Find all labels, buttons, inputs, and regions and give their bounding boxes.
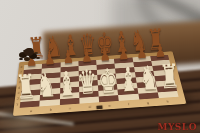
board-latch [96, 105, 102, 109]
light-king-e1[interactable]: ♚ [97, 65, 119, 99]
light-bishop-f1[interactable]: ♝ [118, 63, 140, 97]
light-knight-g1[interactable]: ♞ [138, 62, 160, 96]
light-knight-b1[interactable]: ♞ [35, 69, 57, 103]
file-label: e [108, 104, 110, 108]
dark-pawn-g7[interactable]: ♟ [136, 42, 148, 61]
pine-cone [24, 48, 34, 56]
chess-board[interactable]: 87654321 abcdefgh ♜♞♝♛♚♝♞♜ ♟♟♟♟♟♟♟♟ ♟♟♟♟… [8, 28, 187, 116]
file-label: d [89, 105, 91, 109]
photo-scene: 87654321 abcdefgh ♜♞♝♛♚♝♞♜ ♟♟♟♟♟♟♟♟ ♟♟♟♟… [0, 0, 200, 133]
file-label: c [69, 106, 71, 110]
dark-pawn-d7[interactable]: ♟ [81, 46, 93, 65]
light-queen-d1[interactable]: ♛ [76, 66, 98, 100]
file-label: f [128, 102, 130, 105]
dark-pawn-c7[interactable]: ♟ [62, 48, 74, 67]
watermark: MYSLO [157, 122, 197, 132]
dark-pawn-h7[interactable]: ♟ [154, 41, 166, 60]
file-label: h [166, 100, 169, 104]
file-label: g [146, 101, 149, 105]
file-label: a [30, 109, 32, 113]
dark-pawn-b7[interactable]: ♟ [44, 49, 56, 68]
file-label: b [50, 108, 52, 112]
light-rook-a1[interactable]: ♜ [15, 70, 37, 104]
light-rook-h1[interactable]: ♜ [159, 60, 181, 94]
light-bishop-c1[interactable]: ♝ [56, 67, 78, 101]
dark-pawn-f7[interactable]: ♟ [117, 44, 129, 63]
dark-pawn-e7[interactable]: ♟ [99, 45, 111, 64]
